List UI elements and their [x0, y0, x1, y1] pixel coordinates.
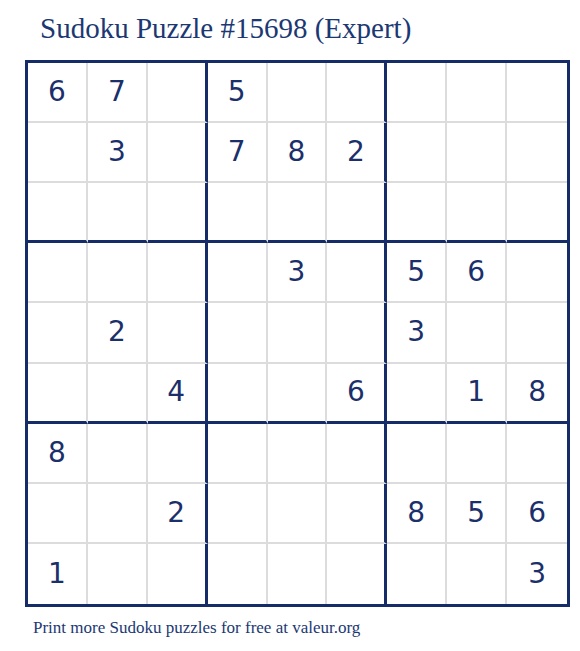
- cell-r5c8: [447, 303, 507, 363]
- cell-r9c7: [387, 544, 447, 604]
- cell-r4c3: [148, 243, 208, 303]
- cell-r7c3: [148, 424, 208, 484]
- cell-r7c6: [327, 424, 387, 484]
- cell-r3c9: [507, 183, 567, 243]
- cell-r7c8: [447, 424, 507, 484]
- cell-r6c2: [88, 364, 148, 424]
- cell-r8c6: [327, 484, 387, 544]
- cell-r2c1: [28, 123, 88, 183]
- cell-r9c5: [268, 544, 328, 604]
- cell-r6c9: 8: [507, 364, 567, 424]
- cell-r6c8: 1: [447, 364, 507, 424]
- cell-r4c9: [507, 243, 567, 303]
- cell-r7c4: [208, 424, 268, 484]
- cell-r3c6: [327, 183, 387, 243]
- sudoku-page: Sudoku Puzzle #15698 (Expert) 6753782356…: [0, 0, 580, 651]
- cell-r1c8: [447, 63, 507, 123]
- cell-r5c2: 2: [88, 303, 148, 363]
- cell-r4c5: 3: [268, 243, 328, 303]
- cell-r8c9: 6: [507, 484, 567, 544]
- cell-r2c6: 2: [327, 123, 387, 183]
- cell-r5c7: 3: [387, 303, 447, 363]
- cell-r3c4: [208, 183, 268, 243]
- cell-r5c1: [28, 303, 88, 363]
- cell-r8c5: [268, 484, 328, 544]
- cell-r4c1: [28, 243, 88, 303]
- cell-r3c3: [148, 183, 208, 243]
- cell-r3c8: [447, 183, 507, 243]
- cell-r1c7: [387, 63, 447, 123]
- cell-r1c6: [327, 63, 387, 123]
- cell-r7c9: [507, 424, 567, 484]
- cell-r6c1: [28, 364, 88, 424]
- cell-r1c3: [148, 63, 208, 123]
- cell-r7c7: [387, 424, 447, 484]
- cell-r9c8: [447, 544, 507, 604]
- cell-r9c6: [327, 544, 387, 604]
- page-title: Sudoku Puzzle #15698 (Expert): [40, 12, 411, 45]
- cell-r5c4: [208, 303, 268, 363]
- cell-r3c1: [28, 183, 88, 243]
- sudoku-board: 67537823562346188285613: [25, 60, 570, 607]
- cell-r9c9: 3: [507, 544, 567, 604]
- cell-r5c6: [327, 303, 387, 363]
- cell-r8c3: 2: [148, 484, 208, 544]
- cell-r1c1: 6: [28, 63, 88, 123]
- cell-r8c4: [208, 484, 268, 544]
- cell-r5c5: [268, 303, 328, 363]
- cell-r6c6: 6: [327, 364, 387, 424]
- cell-r7c5: [268, 424, 328, 484]
- cell-r6c4: [208, 364, 268, 424]
- cell-r1c5: [268, 63, 328, 123]
- cell-r8c1: [28, 484, 88, 544]
- cell-r6c5: [268, 364, 328, 424]
- cell-r2c9: [507, 123, 567, 183]
- cell-r9c3: [148, 544, 208, 604]
- cell-r4c4: [208, 243, 268, 303]
- cell-r8c2: [88, 484, 148, 544]
- footer-text: Print more Sudoku puzzles for free at va…: [33, 618, 360, 638]
- cell-r4c2: [88, 243, 148, 303]
- cell-r4c7: 5: [387, 243, 447, 303]
- cell-r5c3: [148, 303, 208, 363]
- cell-r6c7: [387, 364, 447, 424]
- cell-r1c4: 5: [208, 63, 268, 123]
- cell-r7c2: [88, 424, 148, 484]
- cell-r4c8: 6: [447, 243, 507, 303]
- cell-r2c5: 8: [268, 123, 328, 183]
- cell-r1c9: [507, 63, 567, 123]
- cell-r7c1: 8: [28, 424, 88, 484]
- cell-r9c4: [208, 544, 268, 604]
- cell-r3c7: [387, 183, 447, 243]
- cell-r5c9: [507, 303, 567, 363]
- cell-r8c7: 8: [387, 484, 447, 544]
- cell-r3c2: [88, 183, 148, 243]
- cell-r3c5: [268, 183, 328, 243]
- cell-r2c8: [447, 123, 507, 183]
- cell-r1c2: 7: [88, 63, 148, 123]
- cell-r8c8: 5: [447, 484, 507, 544]
- cell-r9c1: 1: [28, 544, 88, 604]
- cell-r9c2: [88, 544, 148, 604]
- cell-r2c2: 3: [88, 123, 148, 183]
- cell-r4c6: [327, 243, 387, 303]
- cell-r2c4: 7: [208, 123, 268, 183]
- cell-r2c7: [387, 123, 447, 183]
- cell-r2c3: [148, 123, 208, 183]
- cell-r6c3: 4: [148, 364, 208, 424]
